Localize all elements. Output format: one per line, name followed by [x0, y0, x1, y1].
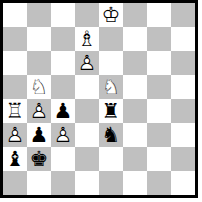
square-g8[interactable] [147, 3, 171, 27]
white-pawn[interactable]: ♟♙ [3, 123, 27, 147]
white-rook[interactable]: ♜♖ [3, 99, 27, 123]
square-e8[interactable]: ♚♔ [99, 3, 123, 27]
square-e1[interactable] [99, 171, 123, 195]
white-pawn[interactable]: ♟♙ [27, 99, 51, 123]
square-g2[interactable] [147, 147, 171, 171]
square-a2[interactable]: ♝ [3, 147, 27, 171]
square-c7[interactable] [51, 27, 75, 51]
black-king[interactable]: ♚ [27, 147, 51, 171]
square-e6[interactable] [99, 51, 123, 75]
square-b8[interactable] [27, 3, 51, 27]
piece-glyph: ♟ [51, 99, 75, 123]
square-a6[interactable] [3, 51, 27, 75]
square-e4[interactable]: ♜ [99, 99, 123, 123]
white-bishop[interactable]: ♝♗ [75, 27, 99, 51]
piece-glyph: ♚ [27, 147, 51, 171]
white-pawn[interactable]: ♟♙ [75, 51, 99, 75]
square-c4[interactable]: ♟ [51, 99, 75, 123]
piece-outline: ♘ [99, 75, 123, 99]
square-g3[interactable] [147, 123, 171, 147]
black-pawn[interactable]: ♟ [27, 123, 51, 147]
square-d4[interactable] [75, 99, 99, 123]
square-g4[interactable] [147, 99, 171, 123]
piece-outline: ♔ [99, 3, 123, 27]
square-g6[interactable] [147, 51, 171, 75]
square-h8[interactable] [171, 3, 195, 27]
white-king[interactable]: ♚♔ [99, 3, 123, 27]
square-d3[interactable] [75, 123, 99, 147]
square-c3[interactable]: ♟♙ [51, 123, 75, 147]
square-b1[interactable] [27, 171, 51, 195]
square-a4[interactable]: ♜♖ [3, 99, 27, 123]
square-d2[interactable] [75, 147, 99, 171]
black-rook[interactable]: ♜ [99, 99, 123, 123]
square-f6[interactable] [123, 51, 147, 75]
square-b2[interactable]: ♚ [27, 147, 51, 171]
square-d5[interactable] [75, 75, 99, 99]
square-a3[interactable]: ♟♙ [3, 123, 27, 147]
piece-outline: ♗ [75, 27, 99, 51]
white-pawn[interactable]: ♟♙ [51, 123, 75, 147]
square-e3[interactable]: ♞ [99, 123, 123, 147]
square-b7[interactable] [27, 27, 51, 51]
piece-outline: ♙ [75, 51, 99, 75]
square-a1[interactable] [3, 171, 27, 195]
square-a5[interactable] [3, 75, 27, 99]
square-d7[interactable]: ♝♗ [75, 27, 99, 51]
square-h5[interactable] [171, 75, 195, 99]
square-g7[interactable] [147, 27, 171, 51]
square-h4[interactable] [171, 99, 195, 123]
piece-outline: ♖ [3, 99, 27, 123]
square-g1[interactable] [147, 171, 171, 195]
square-h7[interactable] [171, 27, 195, 51]
square-e7[interactable] [99, 27, 123, 51]
square-b4[interactable]: ♟♙ [27, 99, 51, 123]
square-f4[interactable] [123, 99, 147, 123]
white-knight[interactable]: ♞♘ [99, 75, 123, 99]
piece-outline: ♙ [3, 123, 27, 147]
black-knight[interactable]: ♞ [99, 123, 123, 147]
piece-outline: ♘ [27, 75, 51, 99]
square-c1[interactable] [51, 171, 75, 195]
square-b5[interactable]: ♞♘ [27, 75, 51, 99]
black-pawn[interactable]: ♟ [51, 99, 75, 123]
black-bishop[interactable]: ♝ [3, 147, 27, 171]
square-c5[interactable] [51, 75, 75, 99]
chess-diagram: ♚♔♝♗♟♙♞♘♞♘♜♖♟♙♟♜♟♙♟♟♙♞♝♚ [0, 0, 202, 202]
piece-glyph: ♜ [99, 99, 123, 123]
square-f1[interactable] [123, 171, 147, 195]
square-h6[interactable] [171, 51, 195, 75]
square-e5[interactable]: ♞♘ [99, 75, 123, 99]
chess-board: ♚♔♝♗♟♙♞♘♞♘♜♖♟♙♟♜♟♙♟♟♙♞♝♚ [0, 0, 198, 198]
piece-glyph: ♞ [99, 123, 123, 147]
square-d8[interactable] [75, 3, 99, 27]
piece-outline: ♙ [27, 99, 51, 123]
piece-glyph: ♟ [27, 123, 51, 147]
square-f2[interactable] [123, 147, 147, 171]
square-h2[interactable] [171, 147, 195, 171]
square-c2[interactable] [51, 147, 75, 171]
square-b6[interactable] [27, 51, 51, 75]
white-knight[interactable]: ♞♘ [27, 75, 51, 99]
square-c6[interactable] [51, 51, 75, 75]
square-f3[interactable] [123, 123, 147, 147]
square-e2[interactable] [99, 147, 123, 171]
piece-outline: ♙ [51, 123, 75, 147]
square-d1[interactable] [75, 171, 99, 195]
square-a7[interactable] [3, 27, 27, 51]
square-h1[interactable] [171, 171, 195, 195]
square-g5[interactable] [147, 75, 171, 99]
square-f5[interactable] [123, 75, 147, 99]
square-d6[interactable]: ♟♙ [75, 51, 99, 75]
square-f7[interactable] [123, 27, 147, 51]
square-b3[interactable]: ♟ [27, 123, 51, 147]
square-h3[interactable] [171, 123, 195, 147]
piece-glyph: ♝ [3, 147, 27, 171]
square-a8[interactable] [3, 3, 27, 27]
square-f8[interactable] [123, 3, 147, 27]
square-c8[interactable] [51, 3, 75, 27]
